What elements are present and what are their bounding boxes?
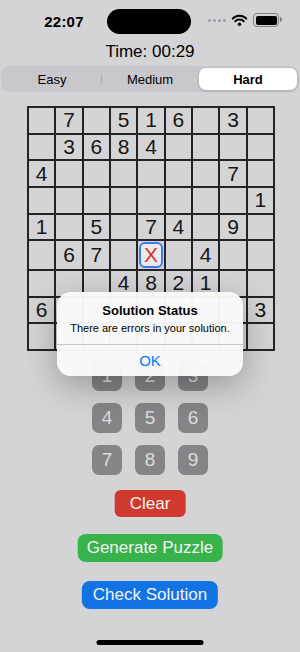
cell-value [193, 135, 218, 160]
cell-value [29, 271, 54, 296]
cell-value [29, 108, 54, 133]
cell-value [29, 135, 54, 160]
cell-value [248, 324, 273, 349]
cell-r2c3[interactable]: 6 [83, 134, 110, 161]
cell-r3c4[interactable] [110, 160, 137, 187]
cell-r2c2[interactable]: 3 [55, 134, 82, 161]
cell-r4c5[interactable] [137, 187, 164, 214]
generate-puzzle-button[interactable]: Generate Puzzle [78, 534, 223, 562]
cell-value: 8 [111, 135, 136, 160]
cell-value: 7 [138, 215, 163, 240]
cell-value: 1 [248, 188, 273, 213]
home-indicator[interactable] [97, 640, 204, 645]
cell-r2c4[interactable]: 8 [110, 134, 137, 161]
solution-alert: Solution Status There are errors in your… [57, 292, 243, 376]
cell-r7c1[interactable] [28, 270, 55, 297]
sudoku-app-screen: 22:07 Time: 00:29 Easy Medium Hard 75163… [0, 0, 300, 652]
cell-value: 4 [138, 135, 163, 160]
numpad: 123456789 [0, 361, 300, 487]
cell-r6c8[interactable] [219, 240, 246, 270]
cell-value: 5 [84, 215, 109, 240]
cell-r5c2[interactable] [55, 214, 82, 241]
cell-value [56, 188, 81, 213]
cell-r4c7[interactable] [192, 187, 219, 214]
cell-r3c6[interactable] [165, 160, 192, 187]
status-icons [208, 13, 279, 27]
cell-r6c4[interactable] [110, 240, 137, 270]
cell-value: 3 [220, 108, 245, 133]
timer-label: Time: 00:29 [0, 42, 300, 62]
cell-r5c9[interactable] [247, 214, 274, 241]
wifi-icon [231, 14, 248, 26]
cell-r5c8[interactable]: 9 [219, 214, 246, 241]
cell-r4c2[interactable] [55, 187, 82, 214]
cell-r1c2[interactable]: 7 [55, 107, 82, 134]
cell-value [29, 324, 54, 349]
cell-value: 9 [220, 215, 245, 240]
cell-value [29, 241, 54, 269]
cell-value: 1 [29, 215, 54, 240]
cell-value: 4 [29, 161, 54, 186]
cell-r8c9[interactable]: 3 [247, 297, 274, 324]
cell-value [248, 108, 273, 133]
cell-value [138, 188, 163, 213]
cell-r1c6[interactable]: 6 [165, 107, 192, 134]
cell-value [111, 161, 136, 186]
cell-value [248, 135, 273, 160]
battery-icon [253, 13, 279, 27]
cell-r4c4[interactable] [110, 187, 137, 214]
cell-r2c9[interactable] [247, 134, 274, 161]
cell-value [138, 161, 163, 186]
cell-r2c1[interactable] [28, 134, 55, 161]
cell-r6c9[interactable] [247, 240, 274, 270]
cell-r1c5[interactable]: 1 [137, 107, 164, 134]
cell-r5c3[interactable]: 5 [83, 214, 110, 241]
numpad-key-5[interactable]: 5 [135, 403, 165, 433]
numpad-row: 789 [0, 445, 300, 475]
cell-r7c9[interactable] [247, 270, 274, 297]
cell-r3c3[interactable] [83, 160, 110, 187]
segment-hard[interactable]: Hard [199, 68, 297, 90]
check-solution-button[interactable]: Check Solution [82, 581, 218, 609]
cell-r9c1[interactable] [28, 323, 55, 350]
cell-value [248, 271, 273, 296]
dynamic-island [107, 9, 191, 34]
cell-r4c3[interactable] [83, 187, 110, 214]
cell-r1c7[interactable] [192, 107, 219, 134]
cell-value: 4 [166, 215, 191, 240]
cell-value [248, 161, 273, 186]
cell-r4c1[interactable] [28, 187, 55, 214]
cell-value [193, 215, 218, 240]
cellular-dots-icon [208, 19, 226, 22]
cell-r3c7[interactable] [192, 160, 219, 187]
cell-value: 3 [248, 298, 273, 323]
clear-button[interactable]: Clear [115, 490, 186, 517]
cell-r5c4[interactable] [110, 214, 137, 241]
cell-value: 3 [56, 135, 81, 160]
cell-r3c9[interactable] [247, 160, 274, 187]
cell-r1c3[interactable] [83, 107, 110, 134]
cell-r3c8[interactable]: 7 [219, 160, 246, 187]
cell-r4c8[interactable] [219, 187, 246, 214]
cell-value: 5 [111, 108, 136, 133]
cell-r6c3[interactable]: 7 [83, 240, 110, 270]
cell-r9c9[interactable] [247, 323, 274, 350]
cell-r5c1[interactable]: 1 [28, 214, 55, 241]
cell-value [84, 108, 109, 133]
cell-value: 6 [166, 108, 191, 133]
cell-r2c6[interactable] [165, 134, 192, 161]
numpad-key-7[interactable]: 7 [92, 445, 122, 475]
alert-ok-button[interactable]: OK [57, 345, 243, 376]
cell-r1c4[interactable]: 5 [110, 107, 137, 134]
cell-value [111, 241, 136, 269]
cell-r3c5[interactable] [137, 160, 164, 187]
cell-value [193, 188, 218, 213]
cell-value: 7 [56, 108, 81, 133]
difficulty-segmented-control: Easy Medium Hard [1, 66, 299, 92]
cell-value [84, 161, 109, 186]
cell-value [248, 241, 273, 269]
cell-r6c2[interactable]: 6 [55, 240, 82, 270]
cell-value [220, 241, 245, 269]
cell-r6c5[interactable]: X [137, 240, 164, 270]
cell-value [111, 215, 136, 240]
segment-easy[interactable]: Easy [3, 68, 101, 90]
cell-value: 4 [193, 241, 218, 269]
cell-r2c5[interactable]: 4 [137, 134, 164, 161]
cell-value [166, 135, 191, 160]
cell-r1c1[interactable] [28, 107, 55, 134]
cell-value [166, 241, 191, 269]
cell-value [220, 188, 245, 213]
alert-title: Solution Status [57, 303, 243, 318]
cell-r6c6[interactable] [165, 240, 192, 270]
cell-r2c8[interactable] [219, 134, 246, 161]
numpad-key-4[interactable]: 4 [92, 403, 122, 433]
cell-value [193, 161, 218, 186]
numpad-key-8[interactable]: 8 [135, 445, 165, 475]
cell-r8c1[interactable]: 6 [28, 297, 55, 324]
cell-value [248, 215, 273, 240]
cell-r4c6[interactable] [165, 187, 192, 214]
cell-r5c5[interactable]: 7 [137, 214, 164, 241]
alert-message: There are errors in your solution. [57, 322, 243, 336]
cell-r5c7[interactable] [192, 214, 219, 241]
cell-r6c1[interactable] [28, 240, 55, 270]
cell-r5c6[interactable]: 4 [165, 214, 192, 241]
cell-value: 6 [29, 298, 54, 323]
segment-medium[interactable]: Medium [101, 68, 199, 90]
cell-value [166, 161, 191, 186]
cell-value [111, 188, 136, 213]
cell-value [166, 188, 191, 213]
cell-r4c9[interactable]: 1 [247, 187, 274, 214]
cell-r1c9[interactable] [247, 107, 274, 134]
cell-r3c1[interactable]: 4 [28, 160, 55, 187]
numpad-row: 456 [0, 403, 300, 433]
cell-value: 7 [84, 241, 109, 269]
cell-value [56, 161, 81, 186]
cell-value [56, 215, 81, 240]
cell-value: X [139, 242, 162, 268]
status-time: 22:07 [36, 13, 92, 30]
cell-r1c8[interactable]: 3 [219, 107, 246, 134]
cell-value: 1 [138, 108, 163, 133]
cell-value [84, 188, 109, 213]
numpad-key-6[interactable]: 6 [178, 403, 208, 433]
cell-r2c7[interactable] [192, 134, 219, 161]
cell-value [193, 108, 218, 133]
cell-r6c7[interactable]: 4 [192, 240, 219, 270]
cell-r3c2[interactable] [55, 160, 82, 187]
cell-value [29, 188, 54, 213]
cell-value [220, 135, 245, 160]
cell-value: 7 [220, 161, 245, 186]
cell-value: 6 [56, 241, 81, 269]
numpad-key-9[interactable]: 9 [178, 445, 208, 475]
cell-value: 6 [84, 135, 109, 160]
